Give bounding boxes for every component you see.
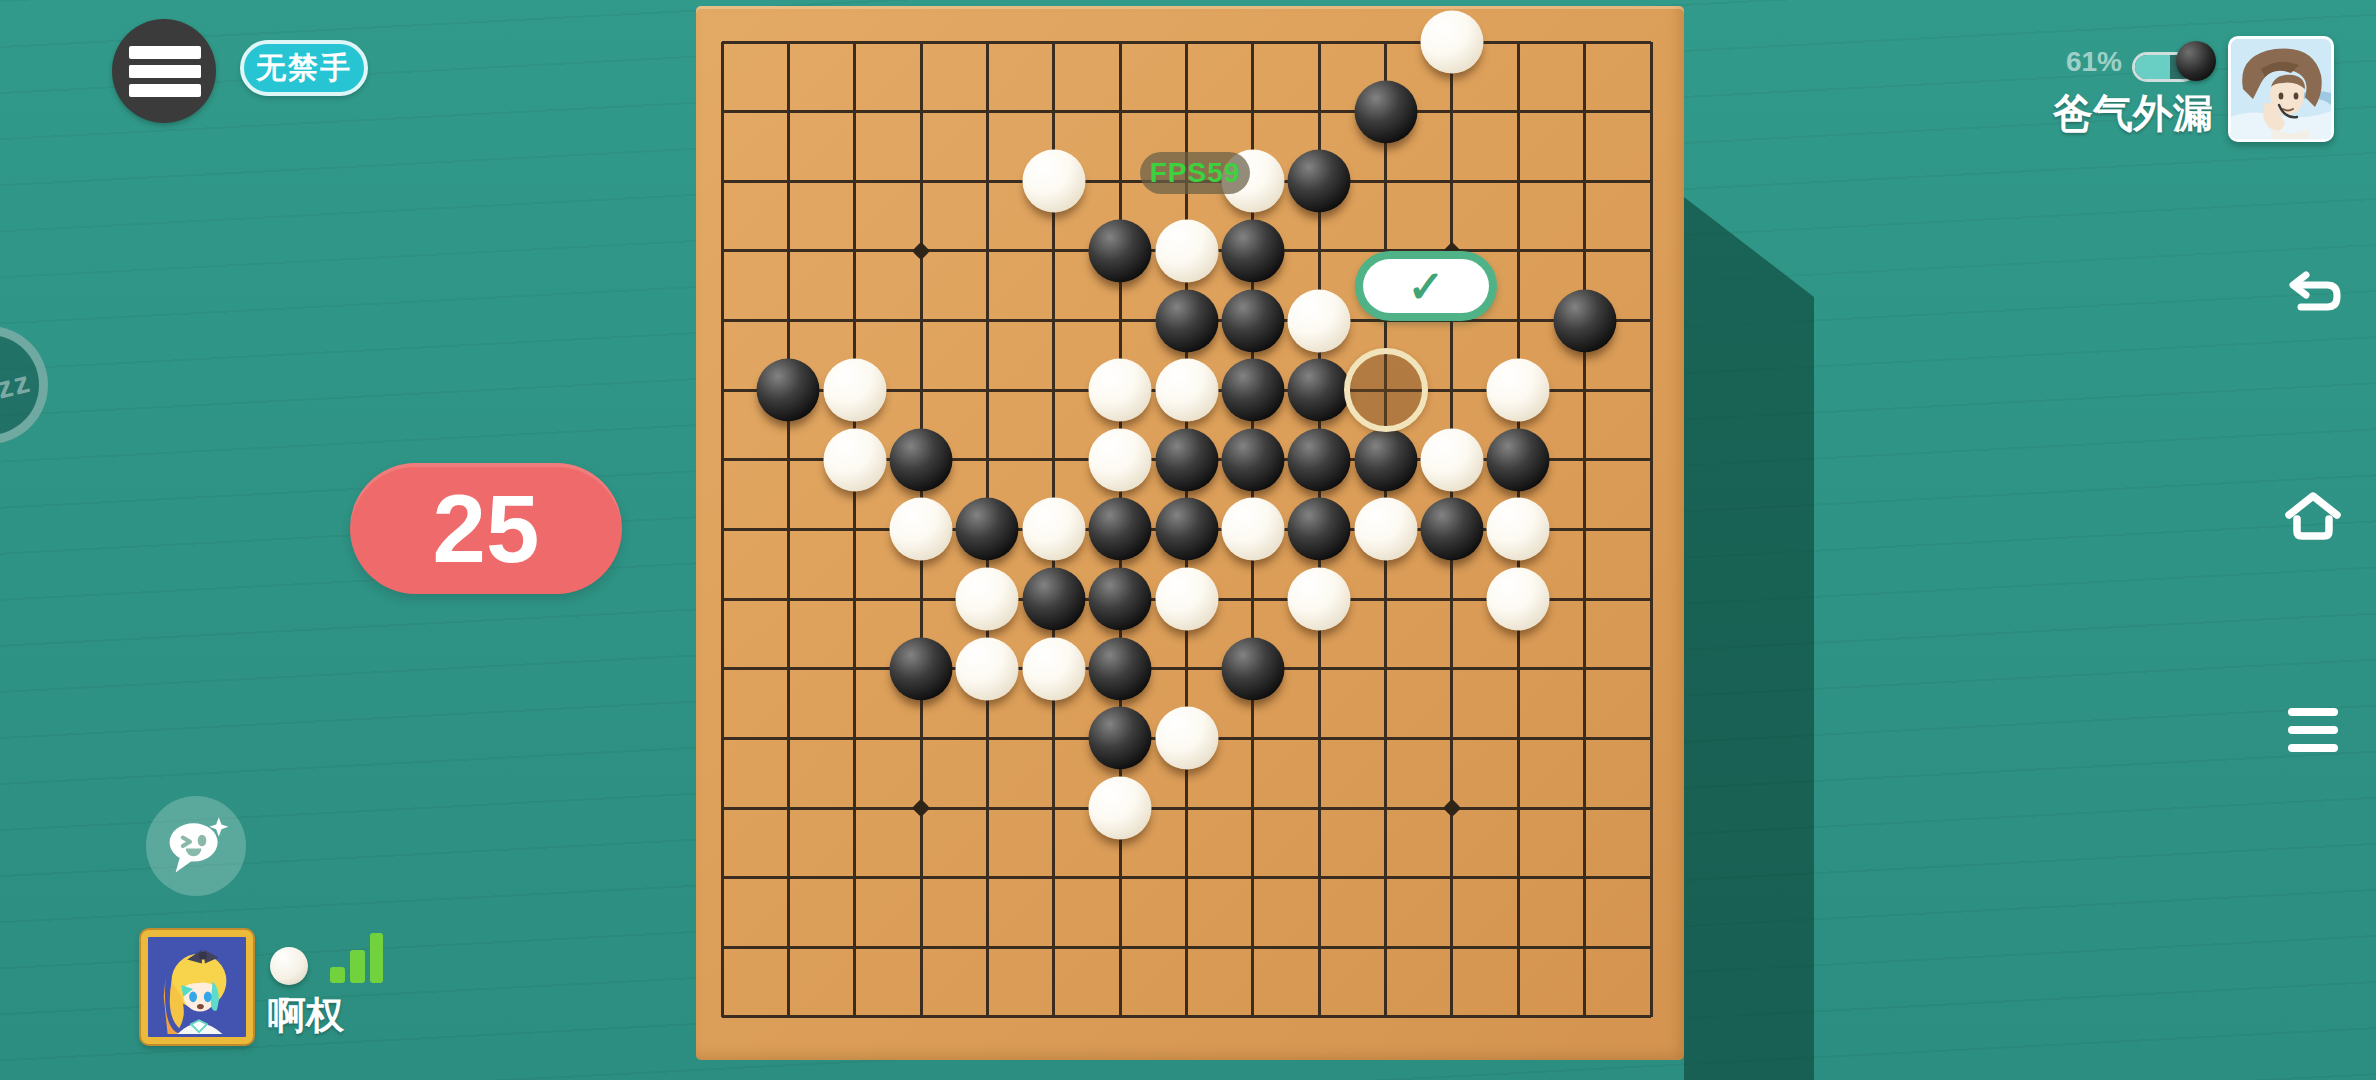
stone-white bbox=[823, 359, 886, 422]
stone-white bbox=[1487, 498, 1550, 561]
stone-white bbox=[1155, 359, 1218, 422]
stone-black bbox=[890, 637, 953, 700]
stone-black bbox=[1221, 359, 1284, 422]
stone-white bbox=[1487, 568, 1550, 631]
stone-black bbox=[890, 428, 953, 491]
stone-black bbox=[1155, 289, 1218, 352]
stone-white bbox=[1155, 568, 1218, 631]
board-drop-shadow bbox=[1684, 197, 1814, 1080]
player-color-stone-icon bbox=[270, 947, 308, 985]
stone-black bbox=[1089, 637, 1152, 700]
stone-black bbox=[1288, 359, 1351, 422]
grid-line bbox=[722, 946, 1651, 949]
stone-black bbox=[1553, 289, 1616, 352]
stone-white bbox=[1288, 568, 1351, 631]
grid-line bbox=[722, 667, 1651, 670]
hamburger-icon bbox=[129, 46, 201, 103]
stone-white bbox=[1089, 359, 1152, 422]
stone-white bbox=[1155, 219, 1218, 282]
stone-white bbox=[1089, 777, 1152, 840]
away-badge: zz bbox=[0, 326, 48, 444]
stone-white bbox=[1155, 707, 1218, 770]
stone-black bbox=[1354, 428, 1417, 491]
stone-white bbox=[956, 637, 1019, 700]
checkmark-icon: ✓ bbox=[1363, 259, 1489, 313]
chat-button[interactable] bbox=[146, 796, 246, 896]
opponent-avatar[interactable] bbox=[2228, 36, 2334, 142]
connection-bars-icon bbox=[330, 933, 388, 983]
player-name: 啊权 bbox=[268, 990, 344, 1041]
pending-move-marker[interactable] bbox=[1344, 348, 1428, 432]
stone-black bbox=[1354, 80, 1417, 143]
stone-black bbox=[1288, 498, 1351, 561]
stone-white bbox=[1022, 150, 1085, 213]
grid-line bbox=[1583, 42, 1586, 1017]
star-point bbox=[912, 242, 930, 260]
stone-black bbox=[1288, 428, 1351, 491]
menu-button[interactable] bbox=[112, 19, 216, 123]
opponent-name: 爸气外漏 bbox=[2053, 86, 2213, 141]
stone-black bbox=[757, 359, 820, 422]
stone-black bbox=[1420, 498, 1483, 561]
stone-white bbox=[1022, 637, 1085, 700]
stone-black bbox=[1288, 150, 1351, 213]
grid-line bbox=[722, 1015, 1651, 1018]
stone-black bbox=[1022, 568, 1085, 631]
stone-black bbox=[1221, 289, 1284, 352]
stone-white bbox=[1354, 498, 1417, 561]
undo-button[interactable] bbox=[2284, 268, 2346, 324]
star-point bbox=[912, 799, 930, 817]
opponent-avatar-art bbox=[2231, 39, 2331, 139]
stone-white bbox=[890, 498, 953, 561]
battery-percent: 61% bbox=[2066, 46, 2122, 78]
timer-value: 25 bbox=[433, 474, 540, 584]
stone-white bbox=[956, 568, 1019, 631]
away-badge-label: zz bbox=[0, 364, 35, 405]
stone-white bbox=[1420, 428, 1483, 491]
battery-knob-icon bbox=[2176, 41, 2216, 81]
fps-label: FPS59 bbox=[1150, 157, 1241, 189]
rule-badge: 无禁手 bbox=[240, 40, 368, 96]
stone-black bbox=[1089, 568, 1152, 631]
confirm-move-button[interactable]: ✓ bbox=[1355, 251, 1497, 321]
stone-white bbox=[1420, 11, 1483, 74]
player-avatar[interactable] bbox=[141, 930, 253, 1044]
grid-line bbox=[1650, 42, 1653, 1017]
stone-black bbox=[1221, 219, 1284, 282]
stone-black bbox=[1221, 428, 1284, 491]
more-menu-button[interactable] bbox=[2288, 706, 2338, 758]
undo-icon bbox=[2284, 268, 2346, 320]
stone-white bbox=[1221, 498, 1284, 561]
menu-lines-icon bbox=[2288, 706, 2338, 754]
stone-black bbox=[1089, 707, 1152, 770]
chat-bubble-icon bbox=[160, 810, 232, 882]
grid-line bbox=[722, 807, 1651, 810]
stone-black bbox=[1089, 219, 1152, 282]
stone-black bbox=[1487, 428, 1550, 491]
grid-line bbox=[722, 876, 1651, 879]
stone-black bbox=[1155, 428, 1218, 491]
star-point bbox=[1443, 799, 1461, 817]
stone-black bbox=[1221, 637, 1284, 700]
stone-white bbox=[1089, 428, 1152, 491]
fps-badge: FPS59 bbox=[1140, 152, 1250, 194]
home-button[interactable] bbox=[2280, 488, 2346, 548]
gomoku-board[interactable]: FPS59 ✓ bbox=[696, 6, 1684, 1060]
rule-badge-label: 无禁手 bbox=[256, 48, 352, 89]
stone-white bbox=[1487, 359, 1550, 422]
player-avatar-art bbox=[148, 937, 246, 1037]
stone-black bbox=[956, 498, 1019, 561]
stone-white bbox=[1022, 498, 1085, 561]
stone-white bbox=[823, 428, 886, 491]
stone-white bbox=[1288, 289, 1351, 352]
move-timer: 25 bbox=[350, 463, 622, 594]
home-icon bbox=[2280, 488, 2346, 544]
stone-black bbox=[1155, 498, 1218, 561]
stone-black bbox=[1089, 498, 1152, 561]
